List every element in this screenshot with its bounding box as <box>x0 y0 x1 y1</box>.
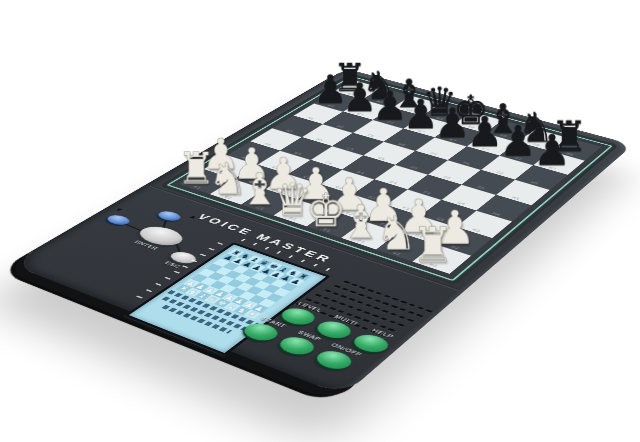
lcd-square <box>249 264 266 272</box>
speaker-slot <box>359 286 366 289</box>
lcd-square <box>278 274 295 283</box>
lcd-square <box>239 260 256 268</box>
lcd-piece-white-pawn: ♟ <box>231 297 248 306</box>
lcd-square <box>233 306 251 315</box>
speaker-slot <box>399 308 406 311</box>
lcd-piece-black-pawn: ♟ <box>239 260 256 268</box>
speaker-slot <box>344 321 352 324</box>
lcd-square <box>223 262 240 270</box>
speaker-slot <box>324 289 331 292</box>
lcd-square <box>285 269 302 278</box>
lcd-piece-white-rook: ♜ <box>175 284 192 293</box>
speaker-slot <box>313 301 320 304</box>
speaker-slot <box>372 314 380 317</box>
lcd-square <box>204 295 221 304</box>
speaker-slot <box>295 303 302 306</box>
speaker-slot <box>391 305 398 308</box>
speaker-slot <box>370 322 378 325</box>
speaker-slot <box>311 309 318 312</box>
lcd-square <box>261 276 278 285</box>
lcd-piece-black-king: ♚ <box>266 262 283 270</box>
lcd-square <box>215 267 232 276</box>
lcd-square <box>183 279 200 288</box>
tick-mark <box>276 251 281 254</box>
lcd-square <box>228 249 244 257</box>
speaker-slot <box>380 317 388 320</box>
speaker-slot <box>329 307 336 310</box>
lcd-square <box>237 252 254 260</box>
lcd-piece-white-king: ♚ <box>214 298 231 307</box>
lcd-mini-chessboard: ♜♞♝♛♚♝♞♜♟♟♟♟♟♟♟♟♟♟♟♟♟♟♟♟♜♞♝♛♚♝♞♜ <box>175 249 311 319</box>
lcd-square <box>263 284 280 293</box>
swap-button-label: SWAP <box>297 330 323 342</box>
speaker-slot <box>321 304 328 307</box>
lcd-piece-white-pawn: ♟ <box>193 282 210 291</box>
lcd-square <box>223 302 241 311</box>
tick-mark <box>155 283 162 286</box>
tick-mark <box>301 259 306 262</box>
speaker-slot <box>358 293 365 296</box>
lcd-piece-white-pawn: ♟ <box>221 293 238 302</box>
speaker-slot <box>303 306 310 309</box>
lcd-left-tick-marks <box>136 242 223 298</box>
lcd-piece-black-knight: ♞ <box>285 269 302 278</box>
speaker-slot <box>339 303 346 306</box>
speaker-slot <box>342 288 349 291</box>
speaker-slot <box>387 328 395 331</box>
lcd-piece-black-pawn: ♟ <box>249 264 266 272</box>
level-button[interactable]: LEVEL <box>276 305 320 328</box>
lcd-piece-black-rook: ♜ <box>295 272 312 281</box>
tick-mark <box>288 255 293 258</box>
lcd-square <box>208 272 225 281</box>
lcd-square <box>217 275 234 284</box>
speaker-slot <box>362 319 370 322</box>
lcd-square <box>288 277 305 286</box>
tick-mark <box>252 243 257 246</box>
speaker-grille <box>290 279 440 340</box>
lcd-square <box>243 309 261 318</box>
speaker-slot <box>378 333 386 336</box>
lcd-square <box>244 277 261 286</box>
down-button[interactable] <box>104 213 134 226</box>
up-arrow-icon: ▲ <box>187 214 200 220</box>
multi-button-label: MULTI <box>333 314 359 326</box>
speaker-slot <box>373 307 380 310</box>
lcd-square <box>254 281 271 290</box>
lcd-square <box>251 304 269 313</box>
lcd-square <box>251 272 268 281</box>
lcd-square <box>232 265 249 273</box>
speaker-slot <box>348 298 355 301</box>
lcd-square <box>273 288 290 297</box>
lcd-square <box>212 289 229 298</box>
speaker-slot <box>379 325 387 328</box>
lcd-square <box>229 288 246 297</box>
speaker-slot <box>332 292 339 295</box>
speaker-slot <box>322 297 329 300</box>
lcd-piece-black-pawn: ♟ <box>278 274 295 283</box>
lcd-square <box>271 279 288 288</box>
lcd-square <box>210 281 227 290</box>
tick-mark <box>182 265 188 268</box>
lcd-square <box>219 284 236 293</box>
lcd-top-tick-marks <box>241 239 331 271</box>
lcd-square <box>234 274 251 283</box>
lcd-square <box>202 286 219 295</box>
speaker-slot <box>355 308 362 311</box>
start-button[interactable]: START <box>239 320 284 343</box>
speaker-slot <box>363 311 370 314</box>
speaker-slot <box>425 309 433 312</box>
speaker-slot <box>389 320 397 323</box>
lcd-piece-black-rook: ♜ <box>228 249 244 257</box>
lcd-square <box>281 283 298 292</box>
lcd-square <box>221 293 238 302</box>
speaker-slot <box>337 310 344 313</box>
speaker-slot <box>398 316 406 319</box>
lcd-square <box>247 255 264 263</box>
speaker-slot <box>375 292 382 295</box>
speaker-slot <box>366 296 373 299</box>
tick-mark <box>209 248 215 251</box>
speaker-slot <box>383 295 390 298</box>
lcd-square <box>200 277 217 286</box>
speaker-slot <box>345 313 352 316</box>
speaker-slot <box>319 312 326 315</box>
swap-button[interactable]: SWAP <box>274 334 319 358</box>
esc-button-label: ESC <box>159 259 186 270</box>
speaker-slot <box>367 289 374 292</box>
lcd-piece-black-pawn: ♟ <box>259 267 276 276</box>
lcd-piece-black-bishop: ♝ <box>247 255 264 263</box>
speaker-slot <box>347 305 354 308</box>
lcd-square <box>213 259 230 267</box>
lcd-piece-black-bishop: ♝ <box>275 265 292 273</box>
tick-mark <box>241 239 246 242</box>
lcd-square <box>249 295 266 304</box>
speaker-slot <box>352 324 360 327</box>
speaker-slot <box>397 323 405 326</box>
speaker-slot <box>407 319 415 322</box>
lcd-piece-white-knight: ♞ <box>185 288 202 297</box>
lcd-piece-white-rook: ♜ <box>243 309 261 318</box>
help-button-label: HELP <box>371 328 395 339</box>
lcd-square <box>275 265 292 273</box>
speaker-slot <box>314 294 321 297</box>
lcd-square <box>239 291 256 300</box>
level-button-label: LEVEL <box>297 301 324 313</box>
on-off-button-label: ON/OFF <box>330 342 364 357</box>
speaker-slot <box>417 306 424 309</box>
speaker-slot <box>356 301 363 304</box>
lcd-square <box>295 272 312 281</box>
lcd-piece-black-pawn: ♟ <box>268 270 285 279</box>
help-button[interactable]: HELP <box>348 332 393 356</box>
lcd-square <box>214 298 231 307</box>
lcd-piece-white-knight: ♞ <box>233 306 251 315</box>
speaker-slot <box>390 313 398 316</box>
photo-background: A8B8C8D8E8F8G8H8A7B7C7D7E7F7G7H7A6B6C6D6… <box>0 0 640 442</box>
speaker-slot <box>327 315 334 318</box>
speaker-slot <box>354 316 362 319</box>
on-off-button[interactable]: ON/OFF <box>311 348 357 373</box>
piece-white-rook-h1[interactable]: ♜ <box>411 218 454 270</box>
lcd-screen: ♜♞♝♛♚♝♞♜♟♟♟♟♟♟♟♟♟♟♟♟♟♟♟♟♜♞♝♛♚♝♞♜ <box>124 242 331 356</box>
speaker-slot <box>369 330 377 333</box>
lcd-square <box>256 290 273 299</box>
lcd-piece-black-pawn: ♟ <box>221 254 238 262</box>
speaker-slot <box>382 302 389 305</box>
lcd-info-row <box>162 297 248 331</box>
tick-mark <box>164 277 170 280</box>
lcd-piece-white-pawn: ♟ <box>251 304 269 313</box>
speaker-slot <box>400 300 407 303</box>
lcd-piece-white-pawn: ♟ <box>183 279 200 288</box>
lcd-square <box>175 284 192 293</box>
lcd-piece-white-bishop: ♝ <box>194 291 211 300</box>
lcd-square <box>194 291 211 300</box>
speaker-slot <box>407 311 415 314</box>
speaker-slot <box>350 291 357 294</box>
speaker-slot <box>331 300 338 303</box>
lcd-piece-black-queen: ♛ <box>256 259 273 267</box>
speaker-slot <box>336 318 344 321</box>
lcd-square <box>268 270 285 279</box>
speaker-slot <box>381 310 388 313</box>
esc-button[interactable] <box>166 250 200 266</box>
tick-mark <box>200 254 206 257</box>
lcd-square <box>246 286 263 295</box>
speaker-slot <box>343 281 350 284</box>
speaker-slot <box>408 303 415 306</box>
speaker-slot <box>305 298 312 301</box>
tick-mark <box>325 268 330 271</box>
lcd-piece-white-pawn: ♟ <box>212 289 229 298</box>
lcd-square <box>185 288 202 297</box>
lcd-square <box>230 257 247 265</box>
lcd-piece-white-pawn: ♟ <box>241 300 258 309</box>
speaker-slot <box>351 283 358 286</box>
down-arrow-icon: ▼ <box>112 207 125 213</box>
tick-mark <box>217 242 223 245</box>
lcd-square <box>227 279 244 288</box>
tick-mark <box>264 247 269 250</box>
enter-button[interactable] <box>132 223 189 249</box>
speaker-slot <box>374 299 381 302</box>
tick-mark <box>146 289 153 292</box>
voice-master-chess-computer: A8B8C8D8E8F8G8H8A7B7C7D7E7F7G7H7A6B6C6D6… <box>10 69 633 396</box>
speaker-slot <box>416 314 424 317</box>
lcd-piece-white-pawn: ♟ <box>202 286 219 295</box>
lcd-square <box>221 254 238 262</box>
lcd-square <box>198 269 215 278</box>
lcd-square <box>258 299 275 308</box>
tick-mark <box>313 264 318 267</box>
lcd-piece-black-pawn: ♟ <box>230 257 247 265</box>
lcd-square <box>266 262 283 270</box>
up-button[interactable] <box>155 210 184 223</box>
speaker-slot <box>392 298 399 301</box>
tick-mark <box>173 271 179 274</box>
tick-mark <box>191 259 197 262</box>
lcd-piece-white-bishop: ♝ <box>223 302 241 311</box>
lcd-piece-black-knight: ♞ <box>237 252 254 260</box>
lcd-square <box>241 300 258 309</box>
speaker-slot <box>365 304 372 307</box>
lcd-square <box>193 282 210 291</box>
multi-button[interactable]: MULTI <box>312 318 357 341</box>
speaker-slot <box>334 285 341 288</box>
lcd-square <box>191 274 208 283</box>
lcd-square <box>225 270 242 279</box>
lcd-square <box>242 269 259 278</box>
lcd-square <box>259 267 276 276</box>
lcd-square <box>256 259 273 267</box>
lcd-square <box>206 264 223 272</box>
lcd-square <box>266 293 283 302</box>
start-button-label: START <box>260 316 288 328</box>
lcd-info-row <box>167 290 258 326</box>
lcd-square <box>231 297 248 306</box>
lcd-piece-white-queen: ♛ <box>204 295 221 304</box>
speaker-slot <box>340 295 347 298</box>
lcd-info-row <box>161 305 232 334</box>
tick-mark <box>136 295 143 298</box>
enter-button-label: ENTER <box>126 237 168 254</box>
lcd-piece-black-pawn: ♟ <box>288 277 305 286</box>
lcd-square <box>236 282 253 291</box>
speaker-slot <box>361 327 369 330</box>
